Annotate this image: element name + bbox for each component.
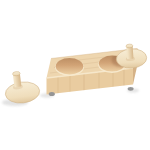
scene — [0, 0, 150, 150]
foot-right — [128, 87, 134, 91]
lid-2[interactable] — [115, 43, 147, 69]
lid-2-knob-top — [126, 44, 133, 48]
pit-1 — [56, 58, 84, 74]
foot-left — [49, 92, 55, 96]
product-photo — [0, 0, 150, 150]
lid-1[interactable] — [3, 69, 41, 105]
